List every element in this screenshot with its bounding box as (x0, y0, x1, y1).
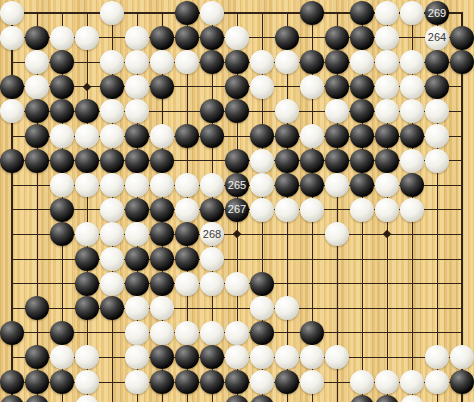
stone-black[interactable] (450, 26, 474, 50)
stone-white[interactable] (275, 50, 299, 74)
move-number-label: 267 (225, 198, 249, 222)
stone-black[interactable] (200, 124, 224, 148)
stone-black[interactable] (350, 173, 374, 197)
stone-white[interactable] (425, 149, 449, 173)
stone-black[interactable] (300, 149, 324, 173)
stone-white[interactable] (50, 173, 74, 197)
stone-white[interactable] (250, 370, 274, 394)
stone-black[interactable] (375, 124, 399, 148)
stone-white[interactable] (200, 272, 224, 296)
stone-white[interactable] (100, 1, 124, 25)
stone-black[interactable] (175, 26, 199, 50)
stone-black[interactable] (325, 50, 349, 74)
stone-black[interactable] (50, 99, 74, 123)
stone-black[interactable] (150, 272, 174, 296)
stone-black[interactable] (300, 173, 324, 197)
stone-white[interactable] (225, 345, 249, 369)
stone-white[interactable] (350, 50, 374, 74)
stone-black[interactable] (450, 50, 474, 74)
stone-white[interactable] (100, 198, 124, 222)
stone-black[interactable] (325, 26, 349, 50)
stone-white[interactable] (0, 26, 24, 50)
stone-white[interactable] (50, 345, 74, 369)
stone-black[interactable] (175, 370, 199, 394)
stone-white[interactable] (250, 173, 274, 197)
star-point (83, 83, 91, 91)
move-number-label: 269 (425, 1, 449, 25)
stone-black[interactable] (400, 173, 424, 197)
stone-white[interactable] (100, 124, 124, 148)
stone-white[interactable] (175, 50, 199, 74)
stone-black[interactable] (50, 75, 74, 99)
stone-white[interactable] (300, 75, 324, 99)
stone-white[interactable] (375, 75, 399, 99)
stone-black[interactable] (150, 149, 174, 173)
stone-black[interactable] (200, 370, 224, 394)
stone-white[interactable] (325, 222, 349, 246)
stone-black[interactable] (350, 149, 374, 173)
stone-black[interactable] (225, 75, 249, 99)
stone-white[interactable] (200, 321, 224, 345)
stone-black[interactable] (250, 395, 274, 402)
stone-black[interactable] (225, 395, 249, 402)
stone-black[interactable] (300, 321, 324, 345)
stone-black[interactable] (50, 370, 74, 394)
stone-white[interactable] (400, 395, 424, 402)
stone-white[interactable] (75, 395, 99, 402)
stone-white[interactable] (225, 272, 249, 296)
stone-black[interactable] (200, 345, 224, 369)
stone-black[interactable] (375, 395, 399, 402)
stone-white[interactable] (250, 149, 274, 173)
stone-black[interactable] (225, 149, 249, 173)
stone-black[interactable] (150, 75, 174, 99)
stone-black[interactable] (200, 99, 224, 123)
stone-white[interactable] (150, 124, 174, 148)
stone-black[interactable] (250, 124, 274, 148)
stone-black[interactable] (100, 296, 124, 320)
stone-white[interactable] (375, 198, 399, 222)
stone-black[interactable] (150, 345, 174, 369)
stone-black[interactable] (50, 321, 74, 345)
stone-white[interactable] (75, 124, 99, 148)
stone-white[interactable] (75, 370, 99, 394)
stone-black[interactable] (50, 149, 74, 173)
stone-white[interactable] (325, 173, 349, 197)
stone-white[interactable] (100, 222, 124, 246)
stone-black[interactable] (75, 272, 99, 296)
stone-black[interactable] (0, 321, 24, 345)
stone-white[interactable] (200, 1, 224, 25)
stone-white[interactable] (375, 50, 399, 74)
stone-black[interactable] (275, 124, 299, 148)
stone-black[interactable] (350, 26, 374, 50)
stone-white[interactable] (425, 124, 449, 148)
stone-white[interactable] (250, 50, 274, 74)
stone-black[interactable] (275, 173, 299, 197)
stone-white[interactable] (125, 75, 149, 99)
stone-white[interactable] (75, 173, 99, 197)
stone-black[interactable] (125, 198, 149, 222)
stone-white[interactable] (125, 321, 149, 345)
stone-white[interactable] (400, 99, 424, 123)
stone-white[interactable] (125, 222, 149, 246)
stone-white[interactable] (400, 75, 424, 99)
stone-white[interactable] (250, 345, 274, 369)
stone-white[interactable] (100, 173, 124, 197)
stone-black[interactable] (250, 321, 274, 345)
stone-white[interactable] (100, 50, 124, 74)
stone-white[interactable] (150, 50, 174, 74)
stone-black[interactable] (125, 124, 149, 148)
stone-black[interactable] (50, 198, 74, 222)
stone-black[interactable] (25, 296, 49, 320)
stone-black[interactable] (50, 222, 74, 246)
stone-black[interactable] (300, 1, 324, 25)
stone-white[interactable] (175, 272, 199, 296)
stone-white[interactable] (125, 99, 149, 123)
stone-white[interactable] (350, 370, 374, 394)
stone-white[interactable] (375, 1, 399, 25)
move-number-label: 264 (425, 26, 449, 50)
stone-black[interactable] (150, 26, 174, 50)
stone-white[interactable] (125, 370, 149, 394)
stone-black[interactable] (450, 370, 474, 394)
stone-white[interactable] (325, 99, 349, 123)
stone-black[interactable] (250, 272, 274, 296)
stone-white[interactable] (425, 99, 449, 123)
stone-black[interactable] (0, 395, 24, 402)
stone-black[interactable]: 265 (225, 173, 249, 197)
stone-black[interactable] (350, 124, 374, 148)
stone-black[interactable] (150, 370, 174, 394)
stone-white[interactable] (125, 26, 149, 50)
stone-white[interactable] (75, 26, 99, 50)
stone-black[interactable] (275, 370, 299, 394)
stone-black[interactable] (200, 198, 224, 222)
stone-white[interactable] (175, 198, 199, 222)
stone-white[interactable] (425, 370, 449, 394)
stone-white[interactable] (225, 321, 249, 345)
star-point (233, 230, 241, 238)
go-board[interactable]: 269264265267268 (0, 0, 474, 402)
stone-white[interactable] (375, 370, 399, 394)
stone-white[interactable] (250, 198, 274, 222)
stone-white[interactable] (100, 99, 124, 123)
stone-white[interactable] (150, 321, 174, 345)
stone-black[interactable] (25, 345, 49, 369)
stone-black[interactable] (325, 124, 349, 148)
stone-black[interactable] (150, 222, 174, 246)
stone-black[interactable] (225, 99, 249, 123)
stone-white[interactable] (400, 1, 424, 25)
stone-white[interactable]: 268 (200, 222, 224, 246)
stone-white[interactable] (100, 247, 124, 271)
stone-black[interactable] (275, 149, 299, 173)
stone-white[interactable] (400, 370, 424, 394)
stone-white[interactable] (275, 99, 299, 123)
stone-black[interactable] (225, 370, 249, 394)
stone-black[interactable] (150, 198, 174, 222)
stone-black[interactable]: 267 (225, 198, 249, 222)
stone-white[interactable] (25, 75, 49, 99)
stone-white[interactable] (350, 198, 374, 222)
star-point (383, 230, 391, 238)
stone-black[interactable] (300, 50, 324, 74)
stone-black[interactable] (75, 296, 99, 320)
stone-black[interactable] (350, 395, 374, 402)
stone-black[interactable] (350, 75, 374, 99)
stone-white[interactable] (300, 198, 324, 222)
stone-white[interactable] (175, 173, 199, 197)
stone-black[interactable] (350, 1, 374, 25)
stone-black[interactable] (0, 149, 24, 173)
stone-white[interactable] (175, 321, 199, 345)
stone-white[interactable] (125, 173, 149, 197)
grid-line-vertical (87, 12, 88, 402)
stone-black[interactable] (25, 99, 49, 123)
stone-white[interactable] (0, 1, 24, 25)
stone-white[interactable] (300, 124, 324, 148)
stone-black[interactable] (25, 149, 49, 173)
move-number-label: 268 (200, 222, 224, 246)
stone-black[interactable] (25, 124, 49, 148)
stone-white[interactable] (450, 345, 474, 369)
stone-white[interactable] (100, 272, 124, 296)
stone-black[interactable] (50, 50, 74, 74)
stone-black[interactable] (425, 75, 449, 99)
stone-white[interactable] (150, 173, 174, 197)
stone-white[interactable] (325, 345, 349, 369)
stone-black[interactable] (175, 222, 199, 246)
stone-white[interactable] (50, 124, 74, 148)
stone-black[interactable]: 269 (425, 1, 449, 25)
stone-white[interactable] (150, 296, 174, 320)
stone-black[interactable] (325, 149, 349, 173)
stone-white[interactable] (300, 370, 324, 394)
stone-white[interactable] (400, 50, 424, 74)
stone-black[interactable] (125, 247, 149, 271)
stone-white[interactable] (250, 75, 274, 99)
stone-black[interactable] (0, 75, 24, 99)
stone-white[interactable] (25, 50, 49, 74)
stone-black[interactable] (100, 149, 124, 173)
stone-white[interactable] (200, 247, 224, 271)
stone-white[interactable] (0, 99, 24, 123)
stone-black[interactable] (100, 75, 124, 99)
stone-black[interactable] (0, 370, 24, 394)
stone-black[interactable] (175, 1, 199, 25)
stone-black[interactable] (350, 99, 374, 123)
stone-black[interactable] (75, 149, 99, 173)
stone-white[interactable] (275, 296, 299, 320)
stone-black[interactable] (225, 50, 249, 74)
stone-white[interactable] (125, 50, 149, 74)
stone-white[interactable] (50, 26, 74, 50)
stone-black[interactable] (125, 272, 149, 296)
stone-white[interactable]: 264 (425, 26, 449, 50)
stone-white[interactable] (275, 345, 299, 369)
stone-black[interactable] (25, 26, 49, 50)
stone-white[interactable] (375, 173, 399, 197)
stone-black[interactable] (325, 75, 349, 99)
stone-black[interactable] (25, 370, 49, 394)
stone-black[interactable] (175, 247, 199, 271)
stone-black[interactable] (125, 149, 149, 173)
stone-white[interactable] (375, 26, 399, 50)
stone-black[interactable] (275, 26, 299, 50)
stone-black[interactable] (200, 50, 224, 74)
stone-black[interactable] (200, 26, 224, 50)
stone-white[interactable] (275, 198, 299, 222)
stone-white[interactable] (250, 296, 274, 320)
stone-white[interactable] (375, 99, 399, 123)
stone-white[interactable] (300, 345, 324, 369)
stone-black[interactable] (425, 50, 449, 74)
stone-black[interactable] (25, 395, 49, 402)
move-number-label: 265 (225, 173, 249, 197)
stone-black[interactable] (175, 345, 199, 369)
stone-white[interactable] (125, 345, 149, 369)
stone-black[interactable] (375, 149, 399, 173)
stone-black[interactable] (75, 99, 99, 123)
stone-white[interactable] (75, 345, 99, 369)
stone-white[interactable] (400, 198, 424, 222)
stone-black[interactable] (150, 247, 174, 271)
stone-white[interactable] (75, 222, 99, 246)
stone-white[interactable] (400, 149, 424, 173)
stone-white[interactable] (200, 173, 224, 197)
stone-black[interactable] (175, 124, 199, 148)
stone-white[interactable] (225, 26, 249, 50)
stone-black[interactable] (400, 124, 424, 148)
stone-black[interactable] (75, 247, 99, 271)
stone-white[interactable] (125, 296, 149, 320)
stone-white[interactable] (425, 345, 449, 369)
